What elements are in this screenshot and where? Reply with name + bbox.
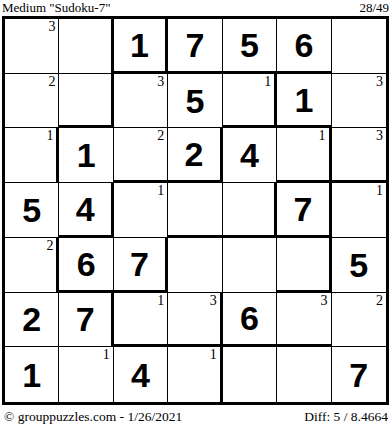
corner-mark: 3 [157, 74, 164, 89]
corner-mark: 1 [376, 183, 383, 198]
cell-r4c2: 7 [114, 238, 168, 293]
corner-mark: 1 [46, 128, 53, 143]
page-footer: © grouppuzzles.com - 1/26/2021 Diff: 5 /… [0, 405, 391, 424]
cell-r6c1[interactable]: 1 [59, 347, 113, 402]
cell-r3c6[interactable]: 1 [332, 183, 386, 238]
puzzle-title: Medium "Sudoku-7" [2, 1, 110, 15]
cell-r1c4[interactable]: 1 [223, 74, 277, 129]
given-digit: 1 [294, 83, 313, 117]
puzzle-page: Medium "Sudoku-7" 28/49 3175623511311224… [0, 0, 391, 426]
given-digit: 1 [130, 28, 149, 62]
corner-mark: 1 [210, 347, 217, 362]
cell-r0c6[interactable] [332, 19, 386, 74]
given-digit: 6 [294, 28, 313, 62]
board: 317562351131122413541712675271363211417 [2, 16, 389, 405]
corner-mark: 2 [376, 293, 383, 308]
cell-r6c4[interactable] [223, 347, 277, 402]
corner-mark: 2 [46, 238, 53, 253]
corner-mark: 1 [264, 74, 271, 89]
cell-r5c6[interactable]: 2 [332, 293, 386, 348]
given-digit: 2 [22, 302, 41, 336]
given-digit: 7 [130, 247, 149, 281]
cell-r1c2[interactable]: 3 [114, 74, 168, 129]
cell-r4c3[interactable] [168, 238, 222, 293]
cell-r6c3[interactable]: 1 [168, 347, 222, 402]
cell-r5c1: 7 [59, 293, 113, 348]
given-digit: 5 [349, 248, 368, 282]
cell-r6c2: 4 [114, 347, 168, 402]
cell-r2c1: 1 [59, 128, 113, 183]
corner-mark: 2 [48, 74, 55, 89]
cell-r2c6[interactable]: 3 [332, 128, 386, 183]
given-digit: 4 [76, 192, 95, 226]
corner-mark: 1 [103, 347, 110, 362]
cell-r5c5[interactable]: 3 [277, 293, 331, 348]
cell-r1c0[interactable]: 2 [5, 74, 59, 129]
given-digit: 7 [349, 358, 368, 392]
given-digit: 7 [293, 192, 312, 226]
cell-r1c5: 1 [277, 74, 331, 129]
given-digit: 2 [185, 137, 204, 171]
cell-r0c1[interactable] [59, 19, 113, 74]
given-digit: 6 [240, 301, 259, 335]
corner-mark: 1 [319, 128, 326, 143]
cell-r0c5: 6 [277, 19, 331, 74]
page-indicator: 28/49 [359, 1, 389, 15]
given-digit: 5 [22, 193, 41, 227]
page-header: Medium "Sudoku-7" 28/49 [0, 0, 391, 16]
cell-r3c1: 4 [59, 183, 113, 238]
difficulty-text: Diff: 5 / 8.4664 [304, 409, 388, 424]
corner-mark: 3 [376, 128, 383, 143]
cell-r6c0: 1 [5, 347, 59, 402]
corner-mark: 1 [157, 183, 164, 198]
copyright-text: © grouppuzzles.com - 1/26/2021 [4, 409, 182, 424]
cell-r4c5[interactable] [277, 238, 331, 293]
corner-mark: 3 [48, 19, 55, 34]
cell-r5c4: 6 [223, 293, 277, 348]
corner-mark: 3 [376, 74, 383, 89]
cell-r0c4: 5 [223, 19, 277, 74]
cell-r3c0: 5 [5, 183, 59, 238]
given-digit: 7 [76, 302, 95, 336]
cell-r5c0: 2 [5, 293, 59, 348]
cell-r5c2[interactable]: 1 [114, 293, 168, 348]
cell-r1c1[interactable] [59, 74, 113, 129]
cell-r6c5[interactable] [277, 347, 331, 402]
corner-mark: 3 [210, 293, 217, 308]
corner-mark: 3 [321, 293, 328, 308]
cell-r2c0[interactable]: 1 [5, 128, 59, 183]
cell-r0c3: 7 [168, 19, 222, 74]
corner-mark: 2 [157, 128, 164, 143]
cell-r3c5: 7 [277, 183, 331, 238]
given-digit: 5 [186, 84, 205, 118]
cell-r4c4[interactable] [223, 238, 277, 293]
cell-r2c2[interactable]: 2 [114, 128, 168, 183]
cell-r3c4[interactable] [223, 183, 277, 238]
cell-r2c3: 2 [168, 128, 222, 183]
cell-r2c4: 4 [223, 128, 277, 183]
given-digit: 1 [77, 138, 96, 172]
cell-r2c5[interactable]: 1 [277, 128, 331, 183]
given-digit: 4 [240, 138, 259, 172]
given-digit: 4 [131, 358, 150, 392]
cell-r6c6: 7 [332, 347, 386, 402]
cell-r1c6[interactable]: 3 [332, 74, 386, 129]
given-digit: 7 [186, 28, 205, 62]
cell-r3c2[interactable]: 1 [114, 183, 168, 238]
cell-r0c2: 1 [114, 19, 168, 74]
cell-r0c0[interactable]: 3 [5, 19, 59, 74]
cell-r4c1: 6 [59, 238, 113, 293]
cell-r4c0[interactable]: 2 [5, 238, 59, 293]
cell-r1c3: 5 [168, 74, 222, 129]
corner-mark: 1 [157, 293, 164, 308]
given-digit: 6 [77, 247, 96, 281]
cell-r4c6: 5 [332, 238, 386, 293]
cell-r5c3[interactable]: 3 [168, 293, 222, 348]
given-digit: 1 [22, 358, 41, 392]
cell-r3c3[interactable] [168, 183, 222, 238]
given-digit: 5 [240, 28, 259, 62]
